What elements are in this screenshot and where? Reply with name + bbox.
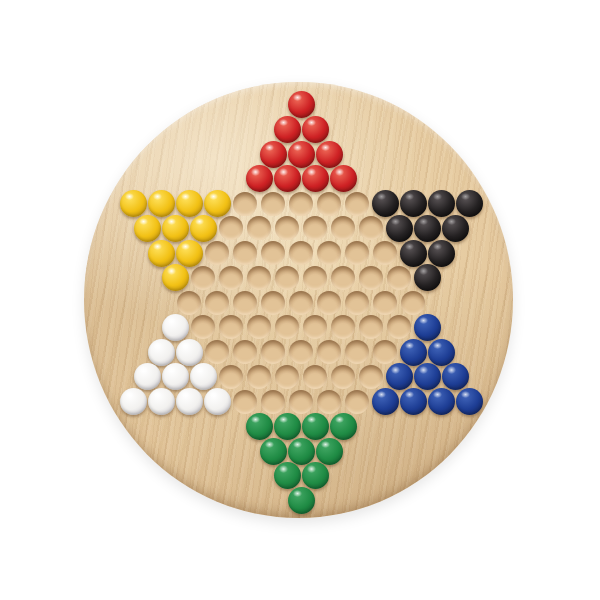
hole-r7-c7[interactable] [317,241,341,265]
hole-r6-c4[interactable] [219,216,243,240]
hole-r7-c5[interactable] [261,241,285,265]
marble-black-r5-c12[interactable] [428,190,455,217]
marble-white-r13-c4[interactable] [204,388,231,415]
marble-yellow-r6-c2[interactable] [162,215,189,242]
hole-r10-c7[interactable] [331,315,355,339]
hole-r8-c4[interactable] [247,266,271,290]
marble-red-r2-c1[interactable] [274,116,301,143]
marble-red-r3-c2[interactable] [288,141,315,168]
hole-r11-c3[interactable] [205,340,229,364]
hole-r10-c2[interactable] [191,315,215,339]
hole-r11-c6[interactable] [289,340,313,364]
hole-r13-c9[interactable] [345,390,369,414]
marble-green-r14-c4[interactable] [330,413,357,440]
hole-r7-c4[interactable] [233,241,257,265]
hole-r9-c5[interactable] [289,291,313,315]
hole-r10-c6[interactable] [303,315,327,339]
hole-r11-c5[interactable] [261,340,285,364]
hole-r8-c6[interactable] [303,266,327,290]
marble-blue-r11-c10[interactable] [400,339,427,366]
hole-r9-c3[interactable] [233,291,257,315]
marble-blue-r12-c10[interactable] [386,363,413,390]
hole-r12-c7[interactable] [303,365,327,389]
marble-white-r11-c1[interactable] [148,339,175,366]
marble-yellow-r5-c4[interactable] [204,190,231,217]
marble-black-r5-c13[interactable] [456,190,483,217]
hole-r7-c3[interactable] [205,241,229,265]
hole-r8-c2[interactable] [191,266,215,290]
hole-r11-c8[interactable] [345,340,369,364]
marble-yellow-r6-c1[interactable] [134,215,161,242]
hole-r13-c6[interactable] [261,390,285,414]
marble-black-r5-c11[interactable] [400,190,427,217]
marble-red-r4-c2[interactable] [274,165,301,192]
hole-r10-c3[interactable] [219,315,243,339]
marble-red-r2-c2[interactable] [302,116,329,143]
hole-r12-c6[interactable] [275,365,299,389]
hole-r6-c8[interactable] [331,216,355,240]
marble-blue-r10-c10[interactable] [414,314,441,341]
marble-green-r15-c3[interactable] [316,438,343,465]
hole-r7-c6[interactable] [289,241,313,265]
marble-yellow-r5-c3[interactable] [176,190,203,217]
marble-red-r4-c3[interactable] [302,165,329,192]
marble-white-r11-c2[interactable] [176,339,203,366]
marble-red-r3-c1[interactable] [260,141,287,168]
hole-r5-c6[interactable] [261,192,285,216]
marble-red-r4-c4[interactable] [330,165,357,192]
marble-red-r4-c1[interactable] [246,165,273,192]
marble-black-r5-c10[interactable] [372,190,399,217]
marble-white-r12-c3[interactable] [190,363,217,390]
hole-r11-c7[interactable] [317,340,341,364]
hole-r12-c9[interactable] [359,365,383,389]
hole-r8-c5[interactable] [275,266,299,290]
marble-green-r14-c1[interactable] [246,413,273,440]
hole-r12-c8[interactable] [331,365,355,389]
marble-blue-r13-c10[interactable] [372,388,399,415]
marble-yellow-r5-c2[interactable] [148,190,175,217]
marble-red-r1-c1[interactable] [288,91,315,118]
marble-yellow-r6-c3[interactable] [190,215,217,242]
hole-r8-c9[interactable] [387,266,411,290]
marble-green-r16-c2[interactable] [302,462,329,489]
marble-black-r7-c10[interactable] [400,240,427,267]
hole-r7-c8[interactable] [345,241,369,265]
marble-white-r13-c1[interactable] [120,388,147,415]
hole-r9-c8[interactable] [373,291,397,315]
marble-white-r13-c2[interactable] [148,388,175,415]
marble-black-r6-c12[interactable] [442,215,469,242]
marble-black-r8-c10[interactable] [414,264,441,291]
marble-blue-r13-c13[interactable] [456,388,483,415]
marble-black-r7-c11[interactable] [428,240,455,267]
hole-r7-c9[interactable] [373,241,397,265]
marble-blue-r12-c12[interactable] [442,363,469,390]
hole-r10-c8[interactable] [359,315,383,339]
marble-black-r6-c10[interactable] [386,215,413,242]
hole-r5-c5[interactable] [233,192,257,216]
hole-r5-c8[interactable] [317,192,341,216]
hole-r5-c7[interactable] [289,192,313,216]
hole-r10-c5[interactable] [275,315,299,339]
marble-green-r16-c1[interactable] [274,462,301,489]
hole-r6-c9[interactable] [359,216,383,240]
hole-grid [0,0,600,600]
marble-white-r13-c3[interactable] [176,388,203,415]
hole-r6-c7[interactable] [303,216,327,240]
hole-r9-c1[interactable] [177,291,201,315]
marble-green-r15-c1[interactable] [260,438,287,465]
hole-r13-c5[interactable] [233,390,257,414]
hole-r10-c9[interactable] [387,315,411,339]
hole-r9-c9[interactable] [401,291,425,315]
marble-yellow-r5-c1[interactable] [120,190,147,217]
hole-r8-c7[interactable] [331,266,355,290]
marble-green-r14-c3[interactable] [302,413,329,440]
marble-green-r14-c2[interactable] [274,413,301,440]
hole-r11-c4[interactable] [233,340,257,364]
marble-blue-r13-c12[interactable] [428,388,455,415]
hole-r9-c4[interactable] [261,291,285,315]
marble-white-r12-c2[interactable] [162,363,189,390]
marble-yellow-r7-c1[interactable] [148,240,175,267]
marble-blue-r12-c11[interactable] [414,363,441,390]
product-photo-background [0,0,600,600]
marble-red-r3-c3[interactable] [316,141,343,168]
hole-r8-c3[interactable] [219,266,243,290]
marble-green-r17-c1[interactable] [288,487,315,514]
hole-r13-c7[interactable] [289,390,313,414]
marble-blue-r11-c11[interactable] [428,339,455,366]
hole-r11-c9[interactable] [373,340,397,364]
hole-r10-c4[interactable] [247,315,271,339]
hole-r9-c6[interactable] [317,291,341,315]
hole-r9-c7[interactable] [345,291,369,315]
marble-black-r6-c11[interactable] [414,215,441,242]
marble-yellow-r7-c2[interactable] [176,240,203,267]
marble-white-r10-c1[interactable] [162,314,189,341]
marble-yellow-r8-c1[interactable] [162,264,189,291]
marble-green-r15-c2[interactable] [288,438,315,465]
hole-r9-c2[interactable] [205,291,229,315]
marble-blue-r13-c11[interactable] [400,388,427,415]
hole-r5-c9[interactable] [345,192,369,216]
hole-r13-c8[interactable] [317,390,341,414]
hole-r8-c8[interactable] [359,266,383,290]
marble-white-r12-c1[interactable] [134,363,161,390]
hole-r12-c5[interactable] [247,365,271,389]
hole-r12-c4[interactable] [219,365,243,389]
hole-r6-c6[interactable] [275,216,299,240]
hole-r6-c5[interactable] [247,216,271,240]
